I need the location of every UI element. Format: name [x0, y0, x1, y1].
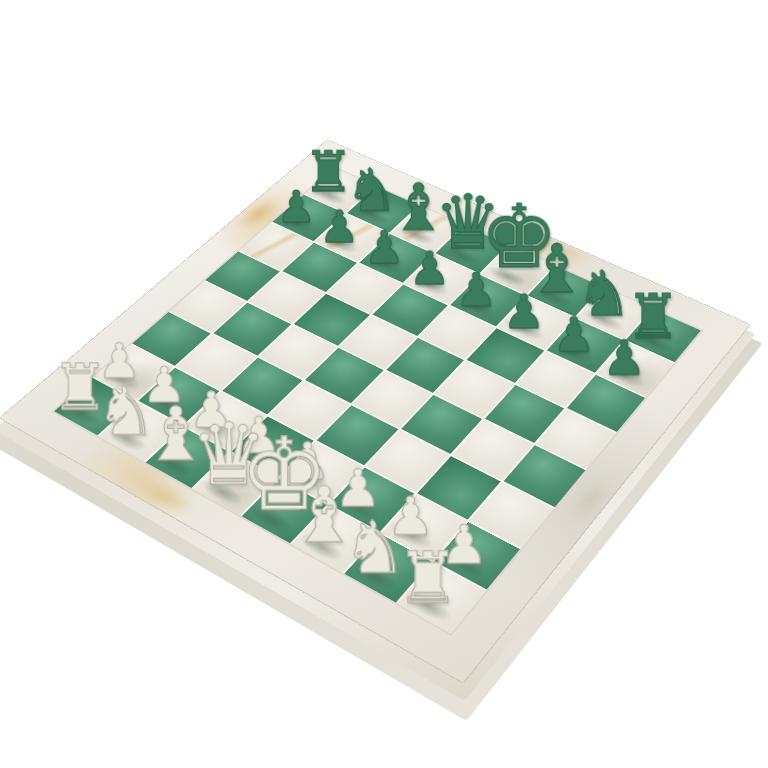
scene: ♜♞♝♛♚♝♞♜♟♟♟♟♟♟♟♟♟♟♟♟♟♟♟♟♜♞♝♛♚♝♞♜ [0, 0, 768, 768]
white-rook: ♜ [396, 543, 460, 614]
green-pawn: ♟ [497, 288, 552, 335]
square-h7: ♟ [597, 341, 674, 396]
square-h1: ♜ [397, 562, 485, 633]
board-frame: ♜♞♝♛♚♝♞♜♟♟♟♟♟♟♟♟♟♟♟♟♟♟♟♟♜♞♝♛♚♝♞♜ [0, 139, 751, 684]
chess-board: ♜♞♝♛♚♝♞♜♟♟♟♟♟♟♟♟♟♟♟♟♟♟♟♟♜♞♝♛♚♝♞♜ [0, 139, 751, 684]
page: { "page": { "background": "#ffffff" }, "… [0, 0, 768, 768]
board-grid: ♜♞♝♛♚♝♞♜♟♟♟♟♟♟♟♟♟♟♟♟♟♟♟♟♜♞♝♛♚♝♞♜ [54, 168, 701, 633]
green-pawn: ♟ [546, 310, 602, 358]
green-pawn: ♟ [596, 333, 653, 381]
